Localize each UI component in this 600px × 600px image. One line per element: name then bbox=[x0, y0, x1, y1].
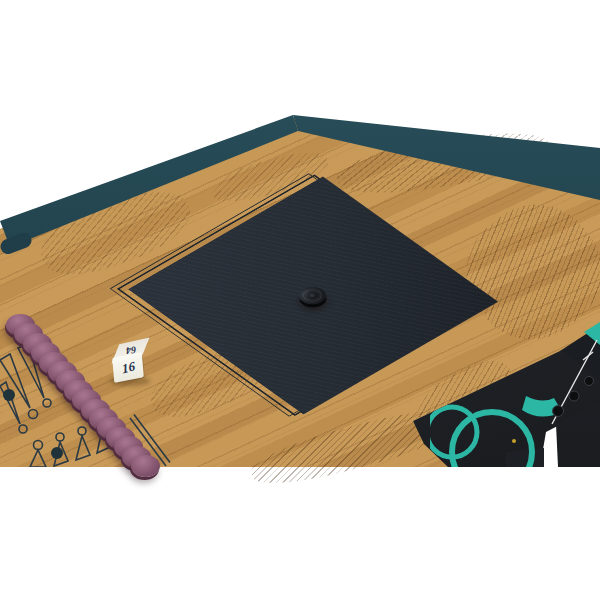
doubling-cube[interactable]: 64 16 bbox=[112, 340, 156, 388]
rod-knobs bbox=[553, 377, 594, 417]
cube-front-value: 16 bbox=[120, 358, 135, 377]
scene: 64 16 bbox=[0, 0, 600, 600]
checker-black[interactable] bbox=[293, 283, 331, 308]
panel-graphics bbox=[430, 320, 600, 467]
backgammon-checker[interactable] bbox=[131, 455, 160, 477]
